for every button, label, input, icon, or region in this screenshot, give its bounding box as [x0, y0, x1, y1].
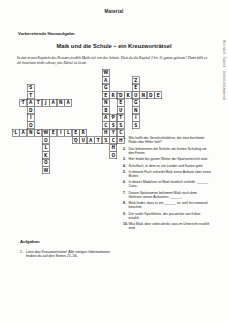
crossword-cell[interactable]: 1W [102, 69, 110, 77]
clue-item: 6.In dieses Mädchen ist Maik heimlich ve… [123, 180, 211, 188]
cell-letter: K [127, 93, 130, 97]
crossword-cell[interactable]: N [140, 92, 148, 100]
crossword-cell[interactable]: T [117, 114, 125, 122]
clue-item-text: Schulfach, in dem es um Länder und Karte… [129, 163, 204, 167]
clue-number: 2 [133, 77, 134, 80]
cell-letter: C [112, 138, 115, 142]
clue-number: 1 [103, 70, 104, 73]
clue-item: 5.In diesem Fach schreibt Maik einen Auf… [123, 170, 211, 178]
clue-number: 3 [28, 85, 29, 88]
cell-letter: U [82, 138, 85, 142]
crossword-cell[interactable]: E [155, 92, 163, 100]
crossword-cell[interactable]: S [132, 122, 140, 130]
clue-item: 8.Maik findet, dass er ein ______ ist, w… [123, 201, 211, 209]
crossword-cell[interactable]: 9W [42, 129, 50, 137]
crossword-cell[interactable]: 8L [12, 129, 20, 137]
crossword-cell[interactable]: A [27, 99, 35, 107]
crossword-cell[interactable]: A [65, 99, 73, 107]
clue-item-text: In dieses Mädchen ist Maik heimlich verl… [129, 180, 212, 188]
cell-letter: A [52, 101, 55, 105]
homework-label: Vorbereitende Hausaufgabe: [18, 31, 76, 36]
clue-item-text: Diesen Spitznamen bekommt Maik nach dem … [129, 191, 212, 199]
crossword-cell[interactable]: L [65, 129, 73, 137]
cell-letter: H [104, 131, 108, 135]
crossword-cell[interactable]: C [110, 137, 118, 145]
cell-letter: L [14, 131, 17, 135]
clue-item: 7.Diesen Spitznamen bekommt Maik nach de… [123, 191, 211, 199]
clue-item-text: Wie heißt der Geschichtslehrer, der eine… [129, 136, 212, 144]
tasks-heading: Aufgaben [20, 239, 40, 244]
cell-letter: T [22, 101, 25, 105]
cell-letter: D [119, 93, 123, 97]
crossword-cell[interactable]: A [20, 129, 28, 137]
crossword-cell[interactable]: W [42, 167, 50, 175]
crossword-cell[interactable]: D [147, 92, 155, 100]
worksheet-page: Material Herrndorf: Tschick · Unterricht… [0, 0, 228, 323]
clue-item-text: Was Maik über vieles denkt, was im Unter… [129, 222, 212, 230]
crossword-cell[interactable]: T [35, 99, 43, 107]
clue-item: 10.Was Maik über vieles denkt, was im Un… [123, 222, 211, 230]
clue-number: 10 [73, 137, 76, 140]
clue-item-text: Das bekommen die Schüler am letzten Schu… [129, 146, 212, 154]
cell-letter: N [104, 101, 108, 105]
running-head: Material [0, 9, 228, 14]
crossword-cell[interactable]: A [102, 114, 110, 122]
crossword-cell[interactable]: R [80, 129, 88, 137]
clue-number: 6 [21, 100, 22, 103]
cell-letter: S [134, 123, 137, 127]
cell-letter: A [104, 116, 107, 120]
task-item: 1. Löse das Kreuzworträtsel. Alle nötige… [20, 249, 115, 258]
clue-number: 9 [43, 130, 44, 133]
crossword-cell[interactable]: 3S [27, 84, 35, 92]
clue-number: 4 [103, 92, 104, 95]
cell-letter: E [134, 86, 137, 90]
crossword-cell[interactable]: R [110, 92, 118, 100]
crossword-cell[interactable]: O [42, 137, 50, 145]
cell-letter: N [29, 131, 33, 135]
crossword-cell[interactable]: N [132, 107, 140, 115]
crossword-cell[interactable]: I [27, 114, 35, 122]
cell-letter: S [29, 86, 32, 90]
cell-letter: U [119, 108, 122, 112]
crossword-cell[interactable]: E [117, 99, 125, 107]
crossword-cell[interactable]: S [102, 137, 110, 145]
cell-letter: K [44, 153, 47, 157]
crossword-cell[interactable]: G [35, 129, 43, 137]
clue-item-text: Der uralte Sportlehrer, der pausenlos vo… [129, 211, 212, 219]
cell-letter: A [29, 101, 32, 105]
cell-letter: B [104, 108, 107, 112]
cell-letter: O [29, 123, 33, 127]
crossword-cell[interactable]: I [57, 129, 65, 137]
cell-letter: Z [134, 78, 137, 82]
cell-letter: E [104, 93, 107, 97]
crossword-cell[interactable]: J [42, 99, 50, 107]
cell-letter: L [67, 131, 70, 135]
cell-letter: Y [112, 131, 115, 135]
cell-letter: O [44, 138, 48, 142]
crossword-cell[interactable]: 5D [117, 92, 125, 100]
clue-item-text: In diesem Fach schreibt Maik einen Aufsa… [129, 170, 212, 178]
cell-letter: E [52, 131, 55, 135]
clue-number: 7 [111, 115, 112, 118]
crossword-cell[interactable]: 7P [110, 114, 118, 122]
crossword-cell[interactable]: L [42, 144, 50, 152]
crossword-cell[interactable]: G [102, 84, 110, 92]
cell-letter: C [119, 131, 122, 135]
cell-letter: A [22, 131, 25, 135]
cell-letter: A [67, 101, 70, 105]
cell-letter: L [44, 146, 47, 150]
cell-letter: R [82, 131, 85, 135]
crossword-cell[interactable]: H [102, 129, 110, 137]
crossword-cell[interactable]: T [27, 92, 35, 100]
cell-letter: S [112, 123, 115, 127]
crossword-cell[interactable]: E [72, 129, 80, 137]
clue-item: 9.Der uralte Sportlehrer, der pausenlos … [123, 211, 211, 219]
crossword-cell[interactable]: O [27, 122, 35, 130]
cell-letter: H [111, 146, 115, 150]
crossword-cell[interactable]: K [125, 92, 133, 100]
cell-letter: N [141, 93, 145, 97]
cell-letter: P [112, 116, 115, 120]
cell-letter: T [119, 116, 122, 120]
cell-letter: E [74, 131, 77, 135]
crossword-cell[interactable]: U [132, 92, 140, 100]
clue-item-text: Hier findet bei gutem Wetter der Sportun… [129, 157, 209, 161]
crossword-cell[interactable]: A [87, 137, 95, 145]
cell-letter: D [149, 93, 153, 97]
cell-letter: G [104, 86, 107, 90]
cell-letter: I [60, 131, 62, 135]
crossword-cell[interactable]: G [132, 99, 140, 107]
cell-letter: C [104, 123, 107, 127]
clue-item: 3.Hier findet bei gutem Wetter der Sport… [123, 157, 211, 161]
cell-letter: N [134, 108, 138, 112]
intro-text: In den ersten Kapiteln des Romans erzähl… [17, 55, 211, 65]
crossword-cell[interactable]: B [102, 107, 110, 115]
cell-letter: W [43, 168, 48, 172]
crossword-cell[interactable]: E [132, 84, 140, 92]
crossword-cell[interactable]: T [95, 137, 103, 145]
crossword-cell[interactable]: S [110, 122, 118, 130]
cell-letter: G [134, 101, 137, 105]
clue-item: 2.Das bekommen die Schüler am letzten Sc… [123, 146, 211, 154]
crossword-cell[interactable]: I [132, 114, 140, 122]
cell-letter: S [119, 123, 122, 127]
cell-letter: R [112, 93, 115, 97]
crossword-cell[interactable]: 10Q [72, 137, 80, 145]
crossword-cell[interactable]: A [102, 77, 110, 85]
cell-letter: T [97, 138, 100, 142]
cell-letter: A [104, 78, 107, 82]
clue-list: 1.Wie heißt der Geschichtslehrer, der ei… [123, 136, 211, 232]
crossword-cell[interactable]: 4E [102, 92, 110, 100]
clue-number: 8 [13, 130, 14, 133]
page-title: Maik und die Schule – ein Kreuzworträtse… [0, 43, 228, 49]
cell-letter: S [104, 138, 107, 142]
cell-letter: E [157, 93, 160, 97]
cell-letter: A [89, 138, 92, 142]
cell-letter: O [111, 153, 115, 157]
cell-letter: J [45, 101, 47, 105]
task-text: Löse das Kreuzworträtsel. Alle nötigen I… [26, 249, 115, 258]
crossword-cell[interactable]: K [42, 152, 50, 160]
crossword-cell[interactable]: U [80, 137, 88, 145]
clue-item: 1.Wie heißt der Geschichtslehrer, der ei… [123, 136, 211, 144]
crossword-cell[interactable]: D [27, 107, 35, 115]
clue-number: 5 [118, 92, 119, 95]
crossword-cell[interactable]: O [42, 159, 50, 167]
crossword-cell[interactable]: H [110, 144, 118, 152]
clue-item: 4.Schulfach, in dem es um Länder und Kar… [123, 163, 211, 167]
cell-letter: D [29, 108, 33, 112]
cell-letter: I [30, 116, 32, 120]
crossword-cell[interactable]: N [27, 129, 35, 137]
crossword-cell[interactable]: 2Z [132, 77, 140, 85]
crossword-cell[interactable]: A [50, 99, 58, 107]
cell-letter: U [134, 93, 137, 97]
cell-letter: H [119, 138, 123, 142]
crossword-cell[interactable]: E [50, 129, 58, 137]
clue-item-text: Maik findet, dass er ein ______ ist, wei… [129, 201, 212, 209]
crossword-cell[interactable]: O [110, 152, 118, 160]
crossword-cell[interactable]: S [117, 122, 125, 130]
crossword-cell[interactable]: Y [110, 129, 118, 137]
cell-letter: N [59, 101, 63, 105]
cell-letter: I [135, 116, 137, 120]
cell-letter: T [29, 93, 32, 97]
crossword-cell[interactable]: N [57, 99, 65, 107]
cell-letter: E [119, 101, 122, 105]
crossword-cell[interactable]: C [102, 122, 110, 130]
crossword-cell[interactable]: N [102, 99, 110, 107]
cell-letter: O [44, 161, 48, 165]
crossword-cell[interactable]: 6T [20, 99, 28, 107]
cell-letter: T [37, 101, 40, 105]
cell-letter: G [37, 131, 40, 135]
crossword-cell[interactable]: U [117, 107, 125, 115]
